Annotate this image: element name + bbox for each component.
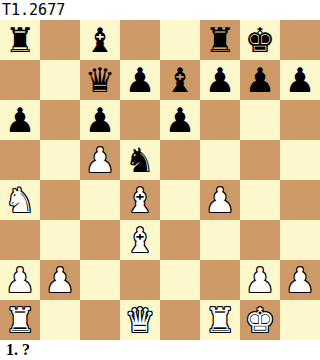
square-a4[interactable]: ♞ xyxy=(0,180,40,220)
piece-white-bishop-icon[interactable]: ♝ xyxy=(125,220,155,260)
square-g8[interactable]: ♚ xyxy=(240,20,280,60)
square-b7[interactable] xyxy=(40,60,80,100)
square-e4[interactable] xyxy=(160,180,200,220)
piece-black-pawn-icon[interactable]: ♟ xyxy=(125,60,155,100)
puzzle-title: T1.2677 xyxy=(0,0,320,20)
square-a8[interactable]: ♜ xyxy=(0,20,40,60)
square-h5[interactable] xyxy=(280,140,320,180)
square-e5[interactable] xyxy=(160,140,200,180)
square-h6[interactable] xyxy=(280,100,320,140)
square-b3[interactable] xyxy=(40,220,80,260)
square-b4[interactable] xyxy=(40,180,80,220)
square-g6[interactable] xyxy=(240,100,280,140)
square-d8[interactable] xyxy=(120,20,160,60)
chess-puzzle-window: T1.2677 ♜♝♜♚♛♟♝♟♟♟♟♟♟♟♞♞♝♟♝♟♟♟♟♜♛♜♚ 1. ? xyxy=(0,0,320,360)
square-d5[interactable]: ♞ xyxy=(120,140,160,180)
square-a6[interactable]: ♟ xyxy=(0,100,40,140)
piece-black-bishop-icon[interactable]: ♝ xyxy=(85,20,115,60)
square-h2[interactable]: ♟ xyxy=(280,260,320,300)
square-e7[interactable]: ♝ xyxy=(160,60,200,100)
piece-black-pawn-icon[interactable]: ♟ xyxy=(245,60,275,100)
square-d6[interactable] xyxy=(120,100,160,140)
piece-white-pawn-icon[interactable]: ♟ xyxy=(45,260,75,300)
piece-black-king-icon[interactable]: ♚ xyxy=(245,20,275,60)
square-e8[interactable] xyxy=(160,20,200,60)
square-d1[interactable]: ♛ xyxy=(120,300,160,340)
piece-white-pawn-icon[interactable]: ♟ xyxy=(285,260,315,300)
square-d7[interactable]: ♟ xyxy=(120,60,160,100)
piece-black-pawn-icon[interactable]: ♟ xyxy=(165,100,195,140)
chess-board: ♜♝♜♚♛♟♝♟♟♟♟♟♟♟♞♞♝♟♝♟♟♟♟♜♛♜♚ xyxy=(0,20,320,340)
square-h1[interactable] xyxy=(280,300,320,340)
square-f7[interactable]: ♟ xyxy=(200,60,240,100)
square-g4[interactable] xyxy=(240,180,280,220)
square-c7[interactable]: ♛ xyxy=(80,60,120,100)
piece-black-pawn-icon[interactable]: ♟ xyxy=(205,60,235,100)
square-b1[interactable] xyxy=(40,300,80,340)
square-e3[interactable] xyxy=(160,220,200,260)
piece-white-queen-icon[interactable]: ♛ xyxy=(125,300,155,340)
square-a3[interactable] xyxy=(0,220,40,260)
piece-white-pawn-icon[interactable]: ♟ xyxy=(205,180,235,220)
square-e2[interactable] xyxy=(160,260,200,300)
square-g7[interactable]: ♟ xyxy=(240,60,280,100)
square-h7[interactable]: ♟ xyxy=(280,60,320,100)
square-f5[interactable] xyxy=(200,140,240,180)
square-f4[interactable]: ♟ xyxy=(200,180,240,220)
square-c5[interactable]: ♟ xyxy=(80,140,120,180)
square-f3[interactable] xyxy=(200,220,240,260)
piece-white-pawn-icon[interactable]: ♟ xyxy=(245,260,275,300)
square-f2[interactable] xyxy=(200,260,240,300)
piece-black-rook-icon[interactable]: ♜ xyxy=(205,20,235,60)
piece-black-bishop-icon[interactable]: ♝ xyxy=(165,60,195,100)
piece-black-pawn-icon[interactable]: ♟ xyxy=(285,60,315,100)
square-b2[interactable]: ♟ xyxy=(40,260,80,300)
square-g1[interactable]: ♚ xyxy=(240,300,280,340)
piece-black-pawn-icon[interactable]: ♟ xyxy=(5,100,35,140)
piece-white-rook-icon[interactable]: ♜ xyxy=(5,300,35,340)
piece-white-pawn-icon[interactable]: ♟ xyxy=(85,140,115,180)
square-c6[interactable]: ♟ xyxy=(80,100,120,140)
square-a7[interactable] xyxy=(0,60,40,100)
square-a5[interactable] xyxy=(0,140,40,180)
square-b6[interactable] xyxy=(40,100,80,140)
square-c1[interactable] xyxy=(80,300,120,340)
piece-white-rook-icon[interactable]: ♜ xyxy=(205,300,235,340)
square-a1[interactable]: ♜ xyxy=(0,300,40,340)
piece-white-knight-icon[interactable]: ♞ xyxy=(5,180,35,220)
square-g5[interactable] xyxy=(240,140,280,180)
square-f6[interactable] xyxy=(200,100,240,140)
square-d2[interactable] xyxy=(120,260,160,300)
square-a2[interactable]: ♟ xyxy=(0,260,40,300)
piece-white-king-icon[interactable]: ♚ xyxy=(245,300,275,340)
square-c8[interactable]: ♝ xyxy=(80,20,120,60)
square-f8[interactable]: ♜ xyxy=(200,20,240,60)
square-h8[interactable] xyxy=(280,20,320,60)
square-e1[interactable] xyxy=(160,300,200,340)
piece-white-pawn-icon[interactable]: ♟ xyxy=(5,260,35,300)
square-c2[interactable] xyxy=(80,260,120,300)
square-g2[interactable]: ♟ xyxy=(240,260,280,300)
piece-black-knight-icon[interactable]: ♞ xyxy=(125,140,155,180)
square-b5[interactable] xyxy=(40,140,80,180)
square-d4[interactable]: ♝ xyxy=(120,180,160,220)
piece-black-rook-icon[interactable]: ♜ xyxy=(5,20,35,60)
square-c3[interactable] xyxy=(80,220,120,260)
square-h4[interactable] xyxy=(280,180,320,220)
move-prompt: 1. ? xyxy=(0,340,320,360)
piece-black-pawn-icon[interactable]: ♟ xyxy=(85,100,115,140)
square-e6[interactable]: ♟ xyxy=(160,100,200,140)
square-h3[interactable] xyxy=(280,220,320,260)
square-d3[interactable]: ♝ xyxy=(120,220,160,260)
piece-black-queen-icon[interactable]: ♛ xyxy=(85,60,115,100)
piece-white-bishop-icon[interactable]: ♝ xyxy=(125,180,155,220)
square-b8[interactable] xyxy=(40,20,80,60)
square-f1[interactable]: ♜ xyxy=(200,300,240,340)
square-g3[interactable] xyxy=(240,220,280,260)
square-c4[interactable] xyxy=(80,180,120,220)
